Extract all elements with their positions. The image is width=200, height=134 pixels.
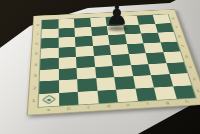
square-d1[interactable] <box>97 89 118 103</box>
coordinate-label: 1 <box>29 94 38 108</box>
coordinate-label: c <box>78 104 98 111</box>
coordinate-label: d <box>98 103 118 110</box>
square-b2[interactable] <box>58 79 77 92</box>
coordinate-label: 7 <box>34 29 41 39</box>
coordinate-label: 8 <box>34 20 41 29</box>
coordinate-label: g <box>157 100 178 106</box>
square-h2[interactable] <box>169 73 191 86</box>
coordinate-label: h <box>176 98 197 104</box>
coordinate-label: 5 <box>32 48 40 59</box>
photo-scene: abcdefgh 87654321 87654321 ♟ <box>0 0 200 134</box>
square-e2[interactable] <box>114 76 135 89</box>
coordinate-label: b <box>59 105 79 112</box>
coordinate-label: a <box>38 107 58 114</box>
square-c1[interactable] <box>78 90 98 104</box>
square-d2[interactable] <box>96 77 116 90</box>
square-c2[interactable] <box>77 78 97 91</box>
black-pawn[interactable]: ♟ <box>104 2 130 28</box>
square-a2[interactable] <box>39 80 58 93</box>
square-h1[interactable] <box>173 85 196 99</box>
compass-rose-emblem-icon <box>42 95 56 105</box>
square-e1[interactable] <box>116 88 137 102</box>
coordinate-label: 3 <box>31 70 39 82</box>
square-b1[interactable] <box>59 92 79 106</box>
coordinate-label: 4 <box>32 59 40 70</box>
coordinate-label: e <box>118 102 139 109</box>
coordinate-label: f <box>138 101 159 108</box>
coordinate-label: 6 <box>33 38 40 48</box>
square-a1[interactable] <box>39 93 59 107</box>
coordinate-label: 2 <box>30 81 38 94</box>
